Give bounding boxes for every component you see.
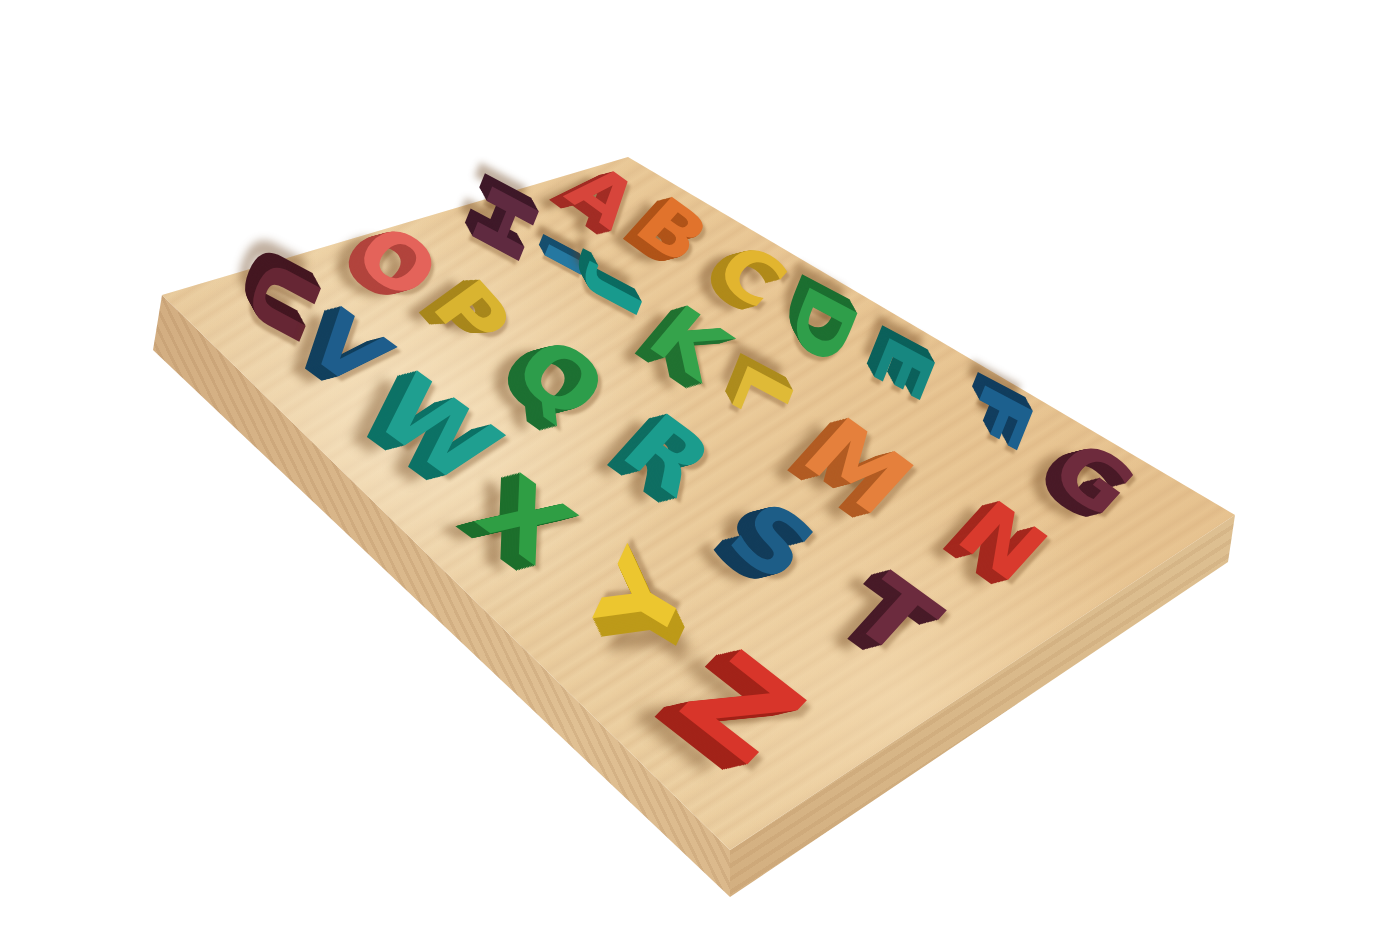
- letter-piece-t[interactable]: T: [836, 561, 955, 671]
- letter-piece-e[interactable]: E: [862, 326, 945, 410]
- letter-piece-o[interactable]: O: [342, 212, 452, 312]
- puzzle-photo: A B C D E F G H I J K L M N O P Q R S T …: [0, 0, 1400, 933]
- letters-layer: A B C D E F G H I J K L M N O P Q R S T …: [0, 0, 1400, 933]
- letter-piece-r[interactable]: R: [608, 401, 727, 510]
- letter-piece-f[interactable]: F: [956, 373, 1043, 461]
- letter-piece-w[interactable]: W: [358, 361, 515, 499]
- letter-piece-s[interactable]: S: [713, 488, 830, 596]
- letter-piece-d[interactable]: D: [776, 275, 868, 375]
- letter-piece-z[interactable]: Z: [661, 634, 822, 781]
- letter-piece-g[interactable]: G: [1038, 429, 1149, 529]
- letter-piece-q[interactable]: Q: [500, 325, 620, 434]
- letter-piece-j[interactable]: J: [580, 266, 652, 325]
- letter-piece-x[interactable]: X: [463, 462, 589, 578]
- letter-piece-l[interactable]: L: [721, 354, 803, 435]
- letter-piece-y[interactable]: Y: [582, 538, 701, 663]
- letter-piece-n[interactable]: N: [944, 489, 1061, 595]
- letter-piece-p[interactable]: P: [420, 268, 524, 360]
